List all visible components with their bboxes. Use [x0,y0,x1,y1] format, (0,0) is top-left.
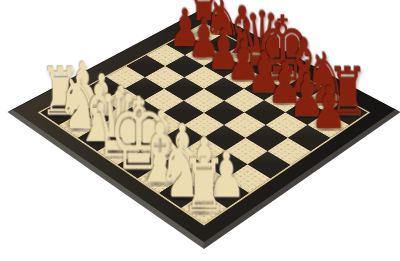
square-h7[interactable]: ♟ [308,112,349,137]
square-h1[interactable]: ♜ [181,193,226,223]
chessboard-photo-scene: ♜♞♝♛♚♝♞♜♟♟♟♟♟♟♟♟♟♟♟♟♟♟♟♟♜♞♝♛♚♝♞♜ [0,0,400,261]
chess-board: ♜♞♝♛♚♝♞♜♟♟♟♟♟♟♟♟♟♟♟♟♟♟♟♟♜♞♝♛♚♝♞♜ [7,8,400,249]
piece-red-pawn: ♟ [280,78,377,137]
board-grid: ♜♞♝♛♚♝♞♜♟♟♟♟♟♟♟♟♟♟♟♟♟♟♟♟♜♞♝♛♚♝♞♜ [38,23,371,226]
